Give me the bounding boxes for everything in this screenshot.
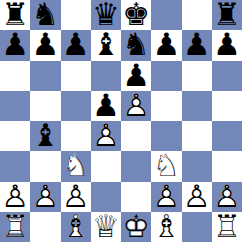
queen-glyph-outline: ♕ <box>92 211 120 242</box>
square-h7[interactable]: ♟ <box>212 30 242 60</box>
piece-black-bishop[interactable]: ♝ <box>91 30 121 60</box>
piece-black-pawn[interactable]: ♟ <box>182 30 212 60</box>
piece-white-rook[interactable]: ♜♖ <box>212 212 242 242</box>
square-d1[interactable]: ♛♕ <box>91 212 121 242</box>
square-a7[interactable]: ♟ <box>0 30 30 60</box>
pawn-glyph-outline: ♙ <box>183 181 211 212</box>
square-g4[interactable] <box>182 121 212 151</box>
square-e1[interactable]: ♚♔ <box>121 212 151 242</box>
square-h1[interactable]: ♜♖ <box>212 212 242 242</box>
square-c5[interactable] <box>61 91 91 121</box>
piece-white-pawn[interactable]: ♟♙ <box>91 121 121 151</box>
piece-black-pawn[interactable]: ♟ <box>212 30 242 60</box>
bishop-glyph-outline: ♗ <box>62 211 90 242</box>
square-e5[interactable]: ♟♙ <box>121 91 151 121</box>
square-e4[interactable] <box>121 121 151 151</box>
square-g1[interactable] <box>182 212 212 242</box>
piece-white-king[interactable]: ♚♔ <box>121 212 151 242</box>
square-g5[interactable] <box>182 91 212 121</box>
square-c1[interactable]: ♝♗ <box>61 212 91 242</box>
piece-black-pawn[interactable]: ♟ <box>30 30 60 60</box>
pawn-glyph: ♟ <box>31 29 59 60</box>
piece-white-bishop[interactable]: ♝♗ <box>151 212 181 242</box>
rook-glyph-outline: ♖ <box>213 211 241 242</box>
piece-white-bishop[interactable]: ♝♗ <box>61 212 91 242</box>
square-b7[interactable]: ♟ <box>30 30 60 60</box>
king-glyph-outline: ♔ <box>122 211 150 242</box>
piece-black-pawn[interactable]: ♟ <box>0 30 30 60</box>
square-f7[interactable]: ♟ <box>151 30 181 60</box>
chess-board-container: ♜♞♛♚♜♟♟♟♝♞♟♟♟♟♟♟♙♝♟♙♞♘♞♘♟♙♟♙♟♙♟♙♟♙♟♙♜♖♝♗… <box>0 0 242 242</box>
pawn-glyph-outline: ♙ <box>31 181 59 212</box>
piece-white-rook[interactable]: ♜♖ <box>0 212 30 242</box>
square-b2[interactable]: ♟♙ <box>30 182 60 212</box>
rook-glyph-outline: ♖ <box>1 211 29 242</box>
piece-white-pawn[interactable]: ♟♙ <box>30 182 60 212</box>
square-c6[interactable] <box>61 61 91 91</box>
pawn-glyph-outline: ♙ <box>92 120 120 151</box>
piece-white-pawn[interactable]: ♟♙ <box>121 91 151 121</box>
square-b6[interactable] <box>30 61 60 91</box>
square-a6[interactable] <box>0 61 30 91</box>
square-f5[interactable] <box>151 91 181 121</box>
square-g6[interactable] <box>182 61 212 91</box>
square-a1[interactable]: ♜♖ <box>0 212 30 242</box>
square-c7[interactable]: ♟ <box>61 30 91 60</box>
pawn-glyph: ♟ <box>1 29 29 60</box>
square-a4[interactable] <box>0 121 30 151</box>
piece-black-pawn[interactable]: ♟ <box>61 30 91 60</box>
square-g2[interactable]: ♟♙ <box>182 182 212 212</box>
pawn-glyph: ♟ <box>62 29 90 60</box>
square-f1[interactable]: ♝♗ <box>151 212 181 242</box>
pawn-glyph: ♟ <box>213 29 241 60</box>
piece-black-bishop[interactable]: ♝ <box>30 121 60 151</box>
square-b4[interactable]: ♝ <box>30 121 60 151</box>
chess-board: ♜♞♛♚♜♟♟♟♝♞♟♟♟♟♟♟♙♝♟♙♞♘♞♘♟♙♟♙♟♙♟♙♟♙♟♙♜♖♝♗… <box>0 0 242 242</box>
bishop-glyph-outline: ♗ <box>152 211 180 242</box>
square-d4[interactable]: ♟♙ <box>91 121 121 151</box>
square-h5[interactable] <box>212 91 242 121</box>
square-d3[interactable] <box>91 151 121 181</box>
square-e3[interactable] <box>121 151 151 181</box>
piece-black-pawn[interactable]: ♟ <box>151 30 181 60</box>
piece-white-queen[interactable]: ♛♕ <box>91 212 121 242</box>
piece-white-pawn[interactable]: ♟♙ <box>182 182 212 212</box>
pawn-glyph: ♟ <box>183 29 211 60</box>
square-g7[interactable]: ♟ <box>182 30 212 60</box>
square-f6[interactable] <box>151 61 181 91</box>
square-h4[interactable] <box>212 121 242 151</box>
pawn-glyph: ♟ <box>152 29 180 60</box>
square-d7[interactable]: ♝ <box>91 30 121 60</box>
bishop-glyph: ♝ <box>92 29 120 60</box>
square-h6[interactable] <box>212 61 242 91</box>
pawn-glyph-outline: ♙ <box>122 90 150 121</box>
bishop-glyph: ♝ <box>31 120 59 151</box>
square-a5[interactable] <box>0 91 30 121</box>
square-b1[interactable] <box>30 212 60 242</box>
